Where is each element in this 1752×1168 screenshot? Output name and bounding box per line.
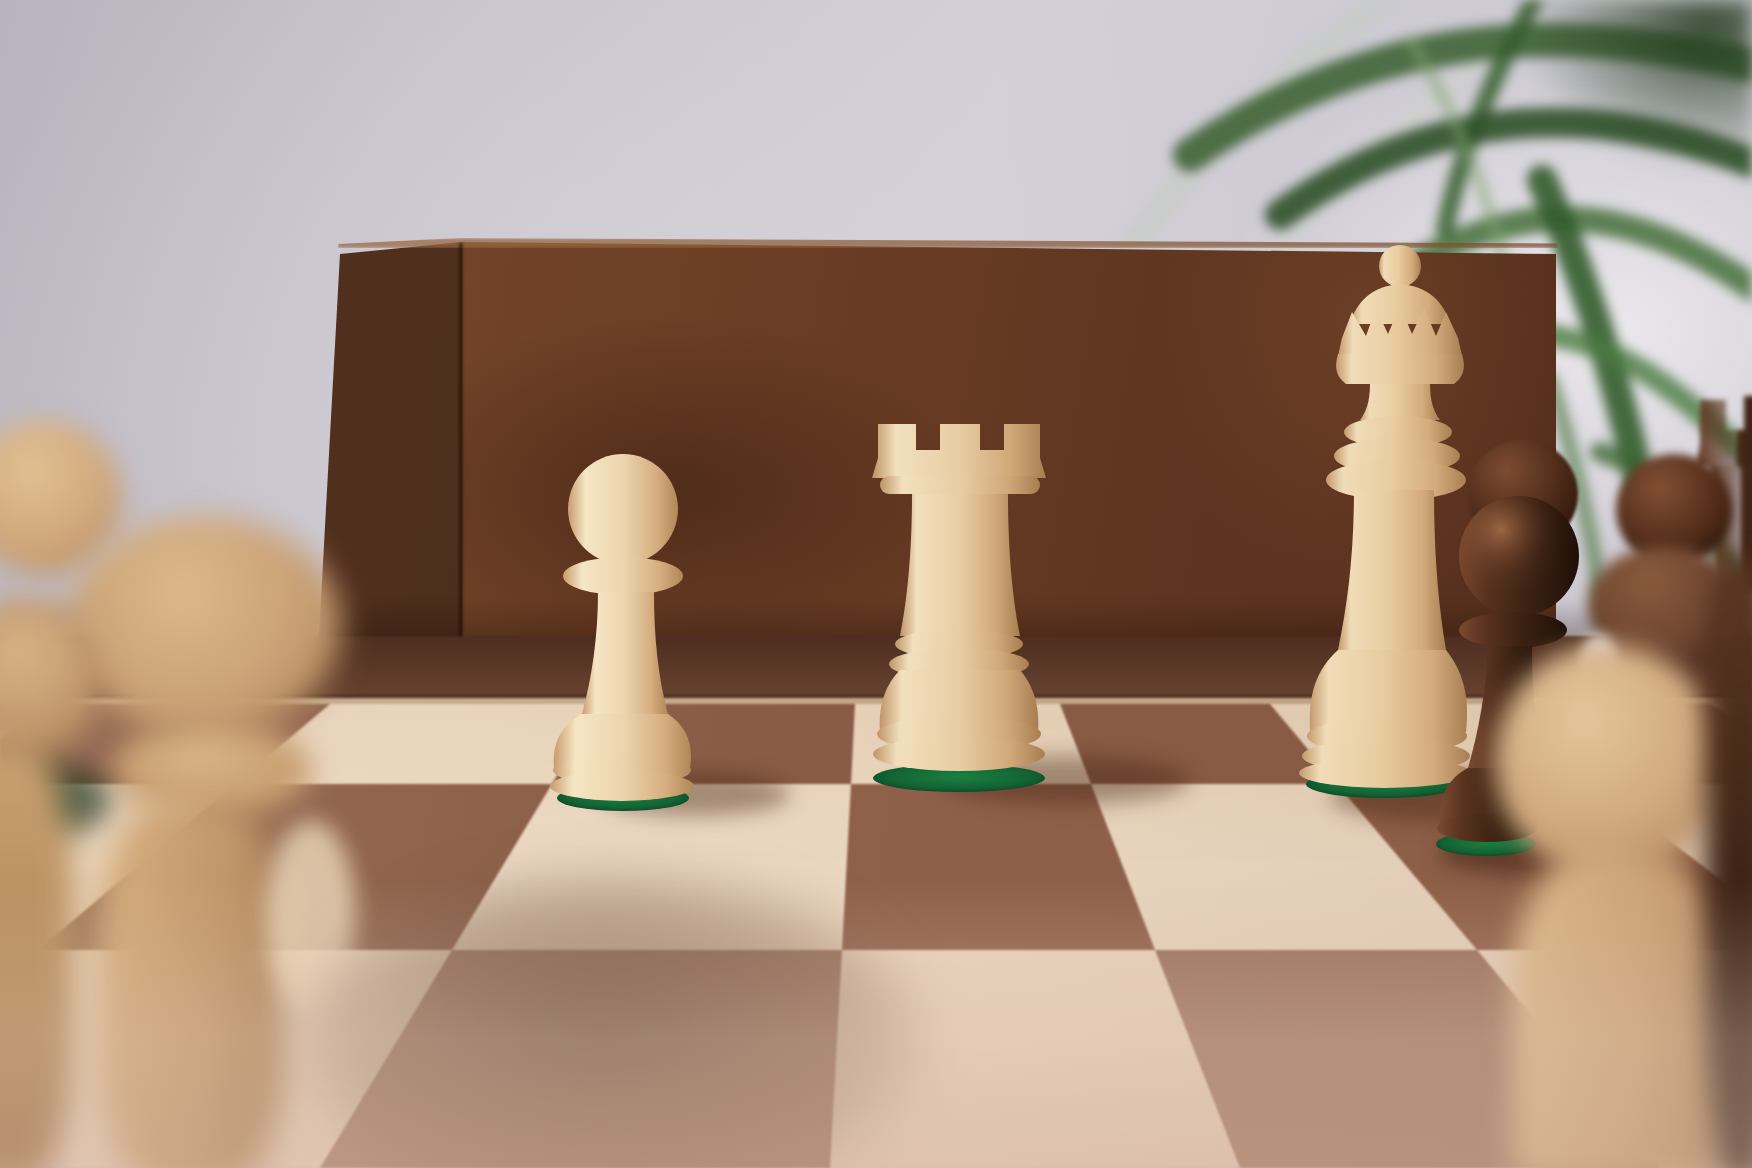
white-pawn[interactable] — [528, 452, 718, 814]
chess-photo-scene — [0, 0, 1752, 1168]
depth-of-field-wash — [0, 880, 1752, 1168]
white-rook[interactable] — [854, 410, 1072, 794]
blurred-white-pawn-right-head[interactable] — [1494, 644, 1720, 878]
blurred-white-pawn-left-2[interactable] — [66, 516, 342, 736]
